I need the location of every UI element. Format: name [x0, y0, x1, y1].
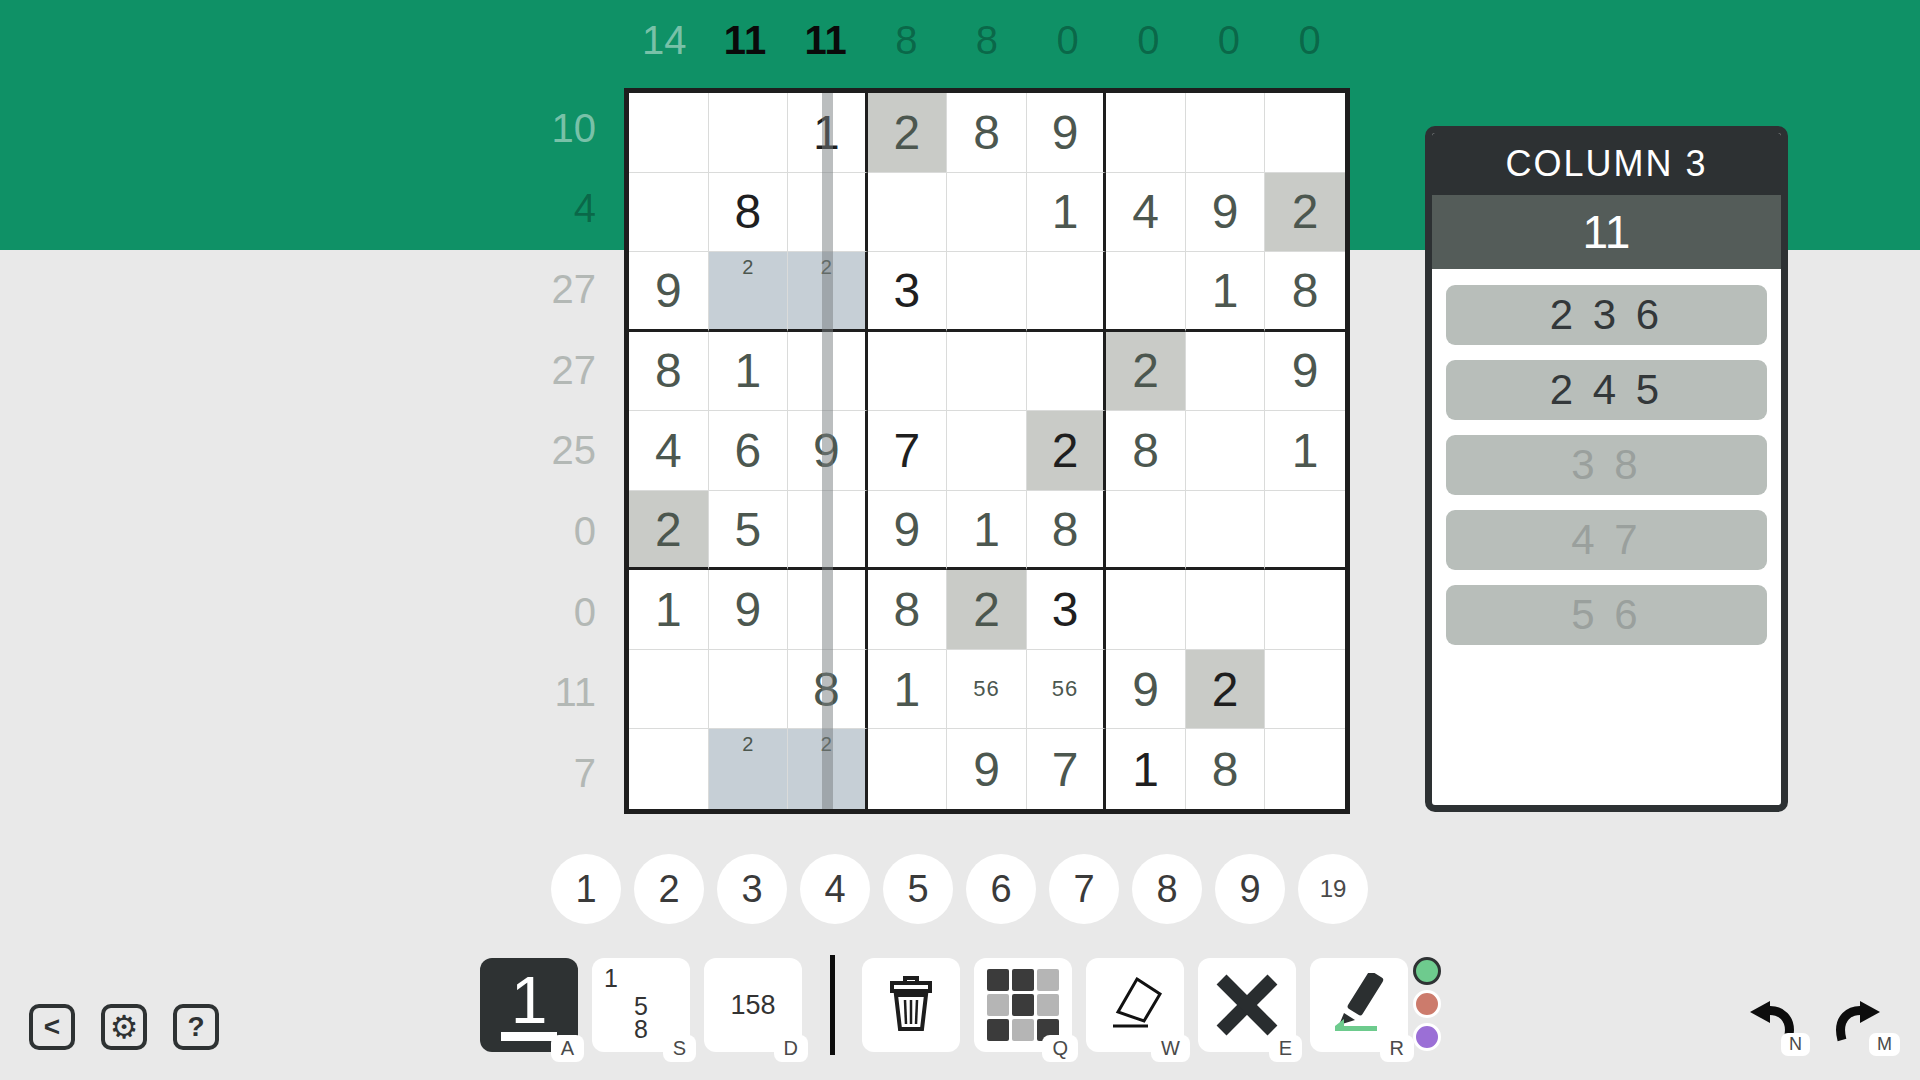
- given-digit: 8: [1052, 502, 1079, 557]
- help-button[interactable]: ?: [173, 1004, 219, 1050]
- column-sum-3: 11: [785, 8, 866, 72]
- cell-r1c4[interactable]: 2: [868, 93, 948, 173]
- cell-r2c8[interactable]: 9: [1186, 173, 1266, 253]
- trash-icon: [879, 973, 943, 1037]
- given-digit: 8: [973, 105, 1000, 160]
- cell-r5c8[interactable]: [1186, 411, 1266, 491]
- cell-r8c5[interactable]: 56: [947, 650, 1027, 730]
- given-digit: 8: [1292, 263, 1319, 318]
- cell-r4c6[interactable]: [1027, 332, 1107, 412]
- cell-r9c2[interactable]: 2: [709, 729, 789, 809]
- cell-r2c4[interactable]: [868, 173, 948, 253]
- pen-button[interactable]: R: [1310, 958, 1408, 1052]
- cell-r1c9[interactable]: [1265, 93, 1345, 173]
- row-sums: 10427272500117: [450, 88, 612, 814]
- cell-r7c9[interactable]: [1265, 570, 1345, 650]
- key-hint-s: S: [663, 1035, 696, 1062]
- cell-r5c4[interactable]: 7: [868, 411, 948, 491]
- number-button-6[interactable]: 6: [966, 854, 1036, 924]
- given-digit: 7: [1052, 742, 1079, 797]
- cell-r4c8[interactable]: [1186, 332, 1266, 412]
- center-mark-mode-button[interactable]: 158 D: [704, 958, 802, 1052]
- given-digit: 9: [1052, 105, 1079, 160]
- cell-r1c5[interactable]: 8: [947, 93, 1027, 173]
- panel-sum-value: 11: [1432, 195, 1781, 269]
- center-pencil-marks: 56: [973, 676, 999, 702]
- given-digit: 2: [655, 502, 682, 557]
- row-sum-1: 10: [450, 88, 612, 169]
- combination-option-5[interactable]: 5 6: [1446, 585, 1767, 645]
- given-digit: 8: [1132, 423, 1159, 478]
- cell-r7c4[interactable]: 8: [868, 570, 948, 650]
- column-3-highlight-stripe: [822, 93, 833, 809]
- cell-r4c9[interactable]: 9: [1265, 332, 1345, 412]
- redo-button[interactable]: M: [1832, 1000, 1892, 1052]
- row-sum-5: 25: [450, 411, 612, 492]
- given-digit: 9: [894, 502, 921, 557]
- back-label: <: [44, 1011, 60, 1043]
- given-digit: 8: [1212, 742, 1239, 797]
- cell-r9c7[interactable]: 1: [1106, 729, 1186, 809]
- number-button-19[interactable]: 19: [1298, 854, 1368, 924]
- back-button[interactable]: <: [29, 1004, 75, 1050]
- given-digit: 9: [1132, 662, 1159, 717]
- given-digit: 4: [1132, 184, 1159, 239]
- color-dot-green[interactable]: [1413, 957, 1441, 985]
- user-digit: 1: [1132, 742, 1159, 797]
- cell-r8c6[interactable]: 56: [1027, 650, 1107, 730]
- key-hint-d: D: [774, 1035, 808, 1062]
- cell-r7c7[interactable]: [1106, 570, 1186, 650]
- column-info-panel: COLUMN 3 11 2 3 62 4 53 84 75 6: [1425, 126, 1788, 812]
- corner-pencil-mark: 2: [742, 256, 753, 279]
- settings-button[interactable]: ⚙: [101, 1004, 147, 1050]
- given-digit: 1: [1052, 184, 1079, 239]
- digit-entry-mode-button[interactable]: 1 A: [480, 958, 578, 1052]
- cell-r4c5[interactable]: [947, 332, 1027, 412]
- number-button-9[interactable]: 9: [1215, 854, 1285, 924]
- column-sum-1: 14: [624, 8, 705, 72]
- cell-r9c6[interactable]: 7: [1027, 729, 1107, 809]
- given-digit: 5: [734, 502, 761, 557]
- cell-r8c1[interactable]: [629, 650, 709, 730]
- cell-r6c9[interactable]: [1265, 491, 1345, 571]
- cell-r8c8[interactable]: 2: [1186, 650, 1266, 730]
- number-button-1[interactable]: 1: [551, 854, 621, 924]
- cell-r6c1[interactable]: 2: [629, 491, 709, 571]
- cell-r2c1[interactable]: [629, 173, 709, 253]
- cross-button[interactable]: E: [1198, 958, 1296, 1052]
- user-digit: 8: [734, 184, 761, 239]
- given-digit: 1: [655, 582, 682, 637]
- given-digit: 2: [973, 582, 1000, 637]
- cell-r6c6[interactable]: 8: [1027, 491, 1107, 571]
- cell-r7c5[interactable]: 2: [947, 570, 1027, 650]
- given-digit: 1: [734, 343, 761, 398]
- given-digit: 9: [734, 582, 761, 637]
- key-hint-q: Q: [1042, 1035, 1078, 1062]
- cell-r3c6[interactable]: [1027, 252, 1107, 332]
- cell-r4c4[interactable]: [868, 332, 948, 412]
- cell-r2c2[interactable]: 8: [709, 173, 789, 253]
- cell-r9c4[interactable]: [868, 729, 948, 809]
- column-sum-4: 8: [866, 8, 947, 72]
- column-sum-7: 0: [1108, 8, 1189, 72]
- corner-pencil-mark: 2: [742, 733, 753, 756]
- cell-r3c8[interactable]: 1: [1186, 252, 1266, 332]
- undo-button[interactable]: N: [1742, 1000, 1802, 1052]
- row-sum-8: 11: [450, 653, 612, 734]
- panel-title: COLUMN 3: [1432, 133, 1781, 195]
- user-digit: 7: [894, 423, 921, 478]
- cell-r8c7[interactable]: 9: [1106, 650, 1186, 730]
- cell-r6c8[interactable]: [1186, 491, 1266, 571]
- cell-r2c9[interactable]: 2: [1265, 173, 1345, 253]
- toolbar-divider: [830, 955, 835, 1055]
- given-digit: 1: [1292, 423, 1319, 478]
- highlight-pattern-button[interactable]: Q: [974, 958, 1072, 1052]
- number-pad: 12345678919: [551, 854, 1368, 924]
- cell-r7c2[interactable]: 9: [709, 570, 789, 650]
- center-mark-sample: 158: [730, 990, 775, 1021]
- combination-option-3[interactable]: 3 8: [1446, 435, 1767, 495]
- cell-r4c7[interactable]: 2: [1106, 332, 1186, 412]
- number-button-5[interactable]: 5: [883, 854, 953, 924]
- row-sum-3: 27: [450, 249, 612, 330]
- combination-option-4[interactable]: 4 7: [1446, 510, 1767, 570]
- cell-r7c1[interactable]: 1: [629, 570, 709, 650]
- user-digit: 3: [894, 263, 921, 318]
- given-digit: 6: [734, 423, 761, 478]
- cell-r6c7[interactable]: [1106, 491, 1186, 571]
- cell-r3c9[interactable]: 8: [1265, 252, 1345, 332]
- row-sum-6: 0: [450, 491, 612, 572]
- given-digit: 4: [655, 423, 682, 478]
- redo-key-hint: M: [1869, 1033, 1900, 1056]
- cell-r9c8[interactable]: 8: [1186, 729, 1266, 809]
- user-digit: 2: [1212, 662, 1239, 717]
- given-digit: 9: [655, 263, 682, 318]
- eraser-icon: [1103, 973, 1167, 1037]
- cell-r5c9[interactable]: 1: [1265, 411, 1345, 491]
- panel-combination-list: 2 3 62 4 53 84 75 6: [1432, 269, 1781, 676]
- cell-r8c2[interactable]: [709, 650, 789, 730]
- corner-mark-sample-8: 8: [634, 1015, 648, 1044]
- number-button-4[interactable]: 4: [800, 854, 870, 924]
- given-digit: 9: [1292, 343, 1319, 398]
- user-digit: 2: [1052, 423, 1079, 478]
- key-hint-r: R: [1380, 1035, 1414, 1062]
- given-digit: 9: [973, 742, 1000, 797]
- cell-r8c9[interactable]: [1265, 650, 1345, 730]
- number-button-7[interactable]: 7: [1049, 854, 1119, 924]
- cell-r1c1[interactable]: [629, 93, 709, 173]
- cell-r6c2[interactable]: 5: [709, 491, 789, 571]
- row-sum-2: 4: [450, 169, 612, 250]
- number-button-2[interactable]: 2: [634, 854, 704, 924]
- corner-mark-sample-1: 1: [604, 964, 618, 993]
- cell-r3c7[interactable]: [1106, 252, 1186, 332]
- combination-option-1[interactable]: 2 3 6: [1446, 285, 1767, 345]
- cell-r5c6[interactable]: 2: [1027, 411, 1107, 491]
- cell-r5c2[interactable]: 6: [709, 411, 789, 491]
- given-digit: 9: [1212, 184, 1239, 239]
- cell-r3c2[interactable]: 2: [709, 252, 789, 332]
- cell-r9c5[interactable]: 9: [947, 729, 1027, 809]
- center-pencil-marks: 56: [1052, 676, 1078, 702]
- cell-r9c1[interactable]: [629, 729, 709, 809]
- key-hint-e: E: [1269, 1035, 1302, 1062]
- cell-r3c4[interactable]: 3: [868, 252, 948, 332]
- column-sum-8: 0: [1189, 8, 1270, 72]
- cell-r1c6[interactable]: 9: [1027, 93, 1107, 173]
- color-dot-purple[interactable]: [1413, 1023, 1441, 1051]
- cell-r4c2[interactable]: 1: [709, 332, 789, 412]
- cell-r5c1[interactable]: 4: [629, 411, 709, 491]
- number-button-8[interactable]: 8: [1132, 854, 1202, 924]
- cell-r6c4[interactable]: 9: [868, 491, 948, 571]
- sudoku-grid: 1289814929223188129469728125918198238156…: [624, 88, 1350, 814]
- pen-icon: [1327, 973, 1391, 1037]
- given-digit: 8: [894, 582, 921, 637]
- column-sum-5: 8: [947, 8, 1028, 72]
- given-digit: 2: [894, 105, 921, 160]
- cell-r2c7[interactable]: 4: [1106, 173, 1186, 253]
- column-sum-6: 0: [1027, 8, 1108, 72]
- column-sum-2: 11: [705, 8, 786, 72]
- x-icon: [1215, 973, 1279, 1037]
- cell-r7c8[interactable]: [1186, 570, 1266, 650]
- column-sums: 141111880000: [624, 8, 1350, 72]
- number-button-3[interactable]: 3: [717, 854, 787, 924]
- eraser-button[interactable]: W: [1086, 958, 1184, 1052]
- key-hint-w: W: [1151, 1035, 1190, 1062]
- given-digit: 8: [655, 343, 682, 398]
- given-digit: 2: [1132, 343, 1159, 398]
- cell-r5c5[interactable]: [947, 411, 1027, 491]
- row-sum-9: 7: [450, 733, 612, 814]
- cell-r6c5[interactable]: 1: [947, 491, 1027, 571]
- cell-r1c8[interactable]: [1186, 93, 1266, 173]
- cell-r5c7[interactable]: 8: [1106, 411, 1186, 491]
- given-digit: 1: [1212, 263, 1239, 318]
- cell-r2c5[interactable]: [947, 173, 1027, 253]
- cell-r8c4[interactable]: 1: [868, 650, 948, 730]
- digit-mode-label: 1: [501, 969, 558, 1041]
- cell-r2c6[interactable]: 1: [1027, 173, 1107, 253]
- cell-r1c7[interactable]: [1106, 93, 1186, 173]
- combination-option-2[interactable]: 2 4 5: [1446, 360, 1767, 420]
- row-sum-7: 0: [450, 572, 612, 653]
- cell-r3c1[interactable]: 9: [629, 252, 709, 332]
- row-sum-4: 27: [450, 330, 612, 411]
- color-dot-red[interactable]: [1413, 990, 1441, 1018]
- help-label: ?: [187, 1011, 204, 1043]
- cell-r3c5[interactable]: [947, 252, 1027, 332]
- given-digit: 1: [973, 502, 1000, 557]
- gear-icon: ⚙: [110, 1008, 139, 1046]
- cell-r1c2[interactable]: [709, 93, 789, 173]
- given-digit: 1: [894, 662, 921, 717]
- undo-key-hint: N: [1781, 1033, 1810, 1056]
- cell-r4c1[interactable]: 8: [629, 332, 709, 412]
- corner-mark-mode-button[interactable]: 1 5 8 S: [592, 958, 690, 1052]
- grid-pattern-icon: [987, 969, 1059, 1041]
- given-digit: 2: [1292, 184, 1319, 239]
- cell-r9c9[interactable]: [1265, 729, 1345, 809]
- cell-r7c6[interactable]: 3: [1027, 570, 1107, 650]
- column-sum-9: 0: [1269, 8, 1350, 72]
- delete-button[interactable]: [862, 958, 960, 1052]
- user-digit: 3: [1052, 582, 1079, 637]
- key-hint-a: A: [551, 1035, 584, 1062]
